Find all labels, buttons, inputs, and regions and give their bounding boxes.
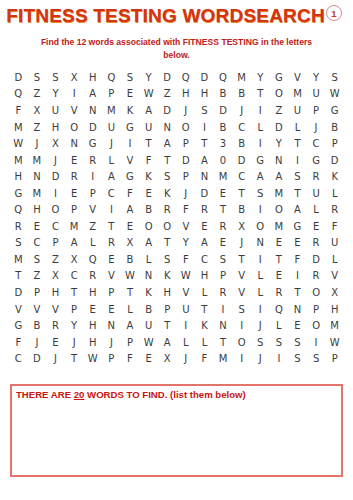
grid-cell-r3c12[interactable]: D — [219, 106, 227, 116]
grid-cell-r13c1[interactable]: T — [15, 271, 21, 281]
grid-cell-r18c8[interactable]: E — [145, 354, 151, 364]
grid-cell-r5c1[interactable]: W — [13, 139, 23, 149]
grid-cell-r11c1[interactable]: S — [15, 238, 21, 248]
grid-cell-r13c4[interactable]: C — [71, 271, 78, 281]
grid-cell-r1c2[interactable]: S — [34, 73, 40, 83]
grid-cell-r12c18[interactable]: L — [332, 255, 338, 265]
grid-cell-r5c8[interactable]: T — [146, 139, 152, 149]
grid-cell-r3c15[interactable]: Z — [275, 106, 282, 116]
grid-cell-r13c7[interactable]: W — [125, 271, 135, 281]
grid-cell-r15c10[interactable]: U — [182, 305, 189, 315]
grid-cell-r6c6[interactable]: L — [109, 156, 115, 166]
grid-cell-r3c1[interactable]: F — [15, 106, 21, 116]
grid-cell-r9c7[interactable]: A — [127, 205, 134, 215]
grid-cell-r15c15[interactable]: Q — [275, 305, 283, 315]
grid-cell-r4c2[interactable]: Z — [33, 123, 40, 133]
grid-cell-r11c16[interactable]: E — [294, 238, 300, 248]
grid-cell-r10c18[interactable]: F — [332, 222, 338, 232]
grid-cell-r7c17[interactable]: R — [313, 172, 320, 182]
grid-cell-r2c1[interactable]: Q — [14, 89, 22, 99]
grid-cell-r8c16[interactable]: T — [294, 189, 300, 199]
grid-cell-r16c12[interactable]: N — [219, 321, 226, 331]
grid-cell-r3c4[interactable]: V — [71, 106, 78, 116]
grid-cell-r8c14[interactable]: S — [257, 189, 263, 199]
grid-cell-r10c6[interactable]: T — [108, 222, 114, 232]
grid-cell-r10c5[interactable]: Z — [89, 222, 96, 232]
grid-cell-r11c3[interactable]: P — [53, 238, 59, 248]
grid-cell-r9c18[interactable]: R — [331, 205, 338, 215]
grid-cell-r7c13[interactable]: C — [238, 172, 245, 182]
grid-cell-r4c7[interactable]: G — [126, 123, 134, 133]
grid-cell-r15c8[interactable]: B — [145, 305, 152, 315]
grid-cell-r1c3[interactable]: S — [52, 73, 58, 83]
grid-cell-r9c14[interactable]: I — [259, 205, 262, 215]
grid-cell-r7c3[interactable]: D — [52, 172, 60, 182]
grid-cell-r6c17[interactable]: G — [312, 156, 320, 166]
grid-cell-r15c13[interactable]: S — [238, 305, 244, 315]
grid-cell-r2c7[interactable]: E — [127, 89, 133, 99]
grid-cell-r15c6[interactable]: E — [108, 305, 114, 315]
grid-cell-r14c5[interactable]: H — [89, 288, 97, 298]
grid-cell-r9c16[interactable]: A — [294, 205, 301, 215]
grid-cell-r16c7[interactable]: A — [127, 321, 134, 331]
grid-cell-r16c16[interactable]: E — [294, 321, 300, 331]
grid-cell-r15c4[interactable]: P — [71, 305, 77, 315]
grid-cell-r13c16[interactable]: I — [296, 271, 299, 281]
grid-cell-r7c2[interactable]: N — [33, 172, 40, 182]
grid-cell-r11c6[interactable]: R — [108, 238, 115, 248]
grid-cell-r16c5[interactable]: H — [89, 321, 97, 331]
grid-cell-r4c14[interactable]: L — [257, 123, 263, 133]
grid-cell-r18c18[interactable]: P — [332, 354, 338, 364]
grid-cell-r1c11[interactable]: D — [201, 73, 209, 83]
grid-cell-r4c5[interactable]: D — [89, 123, 97, 133]
grid-cell-r1c4[interactable]: X — [71, 73, 78, 83]
grid-cell-r9c10[interactable]: F — [183, 205, 189, 215]
grid-cell-r6c18[interactable]: D — [331, 156, 339, 166]
grid-cell-r5c14[interactable]: I — [259, 139, 262, 149]
grid-cell-r11c11[interactable]: A — [201, 238, 208, 248]
grid-cell-r16c3[interactable]: R — [52, 321, 59, 331]
grid-cell-r8c12[interactable]: E — [220, 189, 226, 199]
grid-cell-r11c7[interactable]: X — [127, 238, 134, 248]
grid-cell-r17c4[interactable]: J — [73, 338, 76, 348]
grid-cell-r17c18[interactable]: W — [330, 338, 340, 348]
grid-cell-r4c18[interactable]: B — [331, 123, 338, 133]
grid-cell-r12c3[interactable]: Z — [52, 255, 59, 265]
grid-cell-r4c1[interactable]: M — [14, 123, 23, 133]
grid-cell-r14c12[interactable]: R — [220, 288, 227, 298]
grid-cell-r10c15[interactable]: M — [275, 222, 284, 232]
grid-cell-r18c6[interactable]: P — [108, 354, 114, 364]
grid-cell-r18c9[interactable]: X — [164, 354, 171, 364]
grid-cell-r11c13[interactable]: J — [240, 238, 243, 248]
grid-cell-r6c13[interactable]: D — [238, 156, 246, 166]
grid-cell-r6c8[interactable]: F — [146, 156, 152, 166]
grid-cell-r9c15[interactable]: O — [275, 205, 283, 215]
grid-cell-r5c17[interactable]: C — [313, 139, 320, 149]
grid-cell-r3c7[interactable]: K — [127, 106, 134, 116]
grid-cell-r12c2[interactable]: S — [34, 255, 40, 265]
grid-cell-r14c9[interactable]: H — [163, 288, 171, 298]
grid-cell-r9c12[interactable]: T — [220, 205, 226, 215]
grid-cell-r14c7[interactable]: T — [127, 288, 133, 298]
grid-cell-r18c14[interactable]: J — [259, 354, 262, 364]
grid-cell-r6c12[interactable]: 0 — [220, 156, 226, 166]
grid-cell-r10c7[interactable]: E — [127, 222, 133, 232]
grid-cell-r18c3[interactable]: J — [54, 354, 57, 364]
grid-cell-r10c8[interactable]: O — [145, 222, 153, 232]
grid-cell-r7c9[interactable]: S — [164, 172, 170, 182]
grid-cell-r5c3[interactable]: X — [52, 139, 59, 149]
grid-cell-r2c5[interactable]: A — [89, 89, 96, 99]
grid-cell-r18c2[interactable]: D — [33, 354, 41, 364]
grid-cell-r3c16[interactable]: U — [294, 106, 301, 116]
grid-cell-r5c9[interactable]: A — [164, 139, 171, 149]
grid-cell-r4c13[interactable]: C — [238, 123, 245, 133]
grid-cell-r11c9[interactable]: T — [164, 238, 170, 248]
grid-cell-r14c10[interactable]: V — [182, 288, 189, 298]
grid-cell-r13c9[interactable]: K — [164, 271, 171, 281]
grid-cell-r1c14[interactable]: Y — [257, 73, 263, 83]
grid-cell-r10c11[interactable]: E — [201, 222, 207, 232]
grid-cell-r4c11[interactable]: I — [203, 123, 206, 133]
grid-cell-r13c11[interactable]: H — [201, 271, 209, 281]
grid-cell-r13c10[interactable]: W — [181, 271, 191, 281]
grid-cell-r17c7[interactable]: P — [127, 338, 133, 348]
grid-cell-r5c16[interactable]: T — [294, 139, 300, 149]
grid-cell-r11c17[interactable]: R — [313, 238, 320, 248]
grid-cell-r16c14[interactable]: J — [259, 321, 262, 331]
grid-cell-r9c9[interactable]: R — [164, 205, 171, 215]
grid-cell-r1c6[interactable]: Q — [107, 73, 115, 83]
grid-cell-r7c8[interactable]: K — [145, 172, 152, 182]
grid-cell-r9c8[interactable]: B — [145, 205, 152, 215]
grid-cell-r18c17[interactable]: S — [313, 354, 319, 364]
grid-cell-r2c6[interactable]: P — [108, 89, 114, 99]
grid-cell-r8c8[interactable]: E — [145, 189, 151, 199]
grid-cell-r17c9[interactable]: A — [164, 338, 171, 348]
grid-cell-r3c14[interactable]: I — [259, 106, 262, 116]
grid-cell-r16c13[interactable]: I — [240, 321, 243, 331]
grid-cell-r7c15[interactable]: A — [275, 172, 282, 182]
grid-cell-r9c2[interactable]: H — [33, 205, 41, 215]
grid-cell-r5c7[interactable]: I — [128, 139, 131, 149]
grid-cell-r12c16[interactable]: F — [295, 255, 301, 265]
grid-cell-r8c5[interactable]: P — [90, 189, 96, 199]
grid-cell-r16c10[interactable]: I — [184, 321, 187, 331]
grid-cell-r8c7[interactable]: F — [127, 189, 133, 199]
grid-cell-r6c14[interactable]: G — [256, 156, 264, 166]
grid-cell-r12c9[interactable]: S — [164, 255, 170, 265]
grid-cell-r3c11[interactable]: S — [201, 106, 207, 116]
grid-cell-r16c17[interactable]: O — [312, 321, 320, 331]
grid-cell-r5c11[interactable]: T — [201, 139, 207, 149]
grid-cell-r13c3[interactable]: X — [52, 271, 59, 281]
grid-cell-r5c13[interactable]: B — [238, 139, 245, 149]
grid-cell-r1c18[interactable]: S — [332, 73, 338, 83]
grid-cell-r5c18[interactable]: P — [332, 139, 338, 149]
grid-cell-r16c8[interactable]: U — [145, 321, 152, 331]
grid-cell-r17c3[interactable]: E — [52, 338, 58, 348]
grid-cell-r3c9[interactable]: D — [163, 106, 171, 116]
grid-cell-r1c13[interactable]: M — [237, 73, 246, 83]
grid-cell-r7c10[interactable]: P — [183, 172, 189, 182]
grid-cell-r13c15[interactable]: E — [276, 271, 282, 281]
grid-cell-r6c11[interactable]: A — [201, 156, 208, 166]
grid-cell-r11c4[interactable]: A — [71, 238, 78, 248]
grid-cell-r18c10[interactable]: J — [184, 354, 187, 364]
grid-cell-r14c2[interactable]: P — [34, 288, 40, 298]
grid-cell-r12c11[interactable]: C — [201, 255, 208, 265]
grid-cell-r1c12[interactable]: Q — [219, 73, 227, 83]
grid-cell-r6c7[interactable]: V — [127, 156, 134, 166]
grid-cell-r8c9[interactable]: K — [164, 189, 171, 199]
grid-cell-r10c2[interactable]: E — [34, 222, 40, 232]
grid-cell-r18c1[interactable]: C — [15, 354, 22, 364]
grid-cell-r17c6[interactable]: J — [110, 338, 113, 348]
grid-cell-r14c11[interactable]: L — [202, 288, 208, 298]
grid-cell-r8c2[interactable]: M — [33, 189, 42, 199]
grid-cell-r7c11[interactable]: N — [201, 172, 208, 182]
grid-cell-r16c18[interactable]: M — [330, 321, 339, 331]
grid-cell-r6c1[interactable]: M — [14, 156, 23, 166]
grid-cell-r11c14[interactable]: N — [257, 238, 264, 248]
grid-cell-r13c13[interactable]: V — [238, 271, 245, 281]
grid-cell-r15c16[interactable]: N — [294, 305, 301, 315]
grid-cell-r14c14[interactable]: L — [257, 288, 263, 298]
grid-cell-r12c8[interactable]: L — [146, 255, 152, 265]
grid-cell-r2c3[interactable]: Y — [52, 89, 58, 99]
grid-cell-r3c13[interactable]: J — [240, 106, 243, 116]
grid-cell-r8c15[interactable]: M — [275, 189, 284, 199]
grid-cell-r2c17[interactable]: U — [312, 89, 319, 99]
grid-cell-r12c13[interactable]: T — [239, 255, 245, 265]
grid-cell-r1c7[interactable]: S — [127, 73, 133, 83]
grid-cell-r2c13[interactable]: B — [238, 89, 245, 99]
grid-cell-r13c6[interactable]: V — [108, 271, 115, 281]
grid-cell-r7c12[interactable]: M — [219, 172, 228, 182]
grid-cell-r7c1[interactable]: H — [15, 172, 23, 182]
grid-cell-r11c15[interactable]: E — [276, 238, 282, 248]
grid-cell-r7c14[interactable]: A — [257, 172, 264, 182]
grid-cell-r10c10[interactable]: V — [182, 222, 189, 232]
grid-cell-r2c4[interactable]: I — [73, 89, 76, 99]
grid-cell-r11c8[interactable]: A — [145, 238, 152, 248]
grid-cell-r3c6[interactable]: M — [107, 106, 116, 116]
grid-cell-r16c1[interactable]: G — [14, 321, 22, 331]
grid-cell-r5c15[interactable]: Y — [276, 139, 282, 149]
grid-cell-r3c18[interactable]: G — [331, 106, 339, 116]
grid-cell-r17c16[interactable]: S — [294, 338, 300, 348]
grid-cell-r13c17[interactable]: R — [313, 271, 320, 281]
grid-cell-r12c5[interactable]: Q — [89, 255, 97, 265]
grid-cell-r3c17[interactable]: P — [313, 106, 319, 116]
grid-cell-r13c14[interactable]: L — [257, 271, 263, 281]
grid-cell-r2c8[interactable]: W — [144, 89, 154, 99]
grid-cell-r12c17[interactable]: D — [312, 255, 320, 265]
grid-cell-r16c15[interactable]: L — [276, 321, 282, 331]
grid-cell-r7c4[interactable]: R — [71, 172, 78, 182]
grid-cell-r4c10[interactable]: O — [182, 123, 190, 133]
grid-cell-r1c15[interactable]: G — [275, 73, 283, 83]
grid-cell-r8c10[interactable]: J — [184, 189, 187, 199]
grid-cell-r11c2[interactable]: C — [33, 238, 40, 248]
grid-cell-r6c15[interactable]: N — [275, 156, 282, 166]
grid-cell-r11c18[interactable]: U — [331, 238, 338, 248]
grid-cell-r5c5[interactable]: G — [89, 139, 97, 149]
grid-cell-r14c1[interactable]: D — [14, 288, 22, 298]
grid-cell-r5c12[interactable]: 3 — [220, 139, 226, 149]
grid-cell-r12c15[interactable]: T — [276, 255, 282, 265]
grid-cell-r13c2[interactable]: Z — [33, 271, 40, 281]
grid-cell-r15c2[interactable]: V — [33, 305, 40, 315]
grid-cell-r6c2[interactable]: M — [33, 156, 42, 166]
grid-cell-r1c16[interactable]: V — [294, 73, 301, 83]
grid-cell-r18c11[interactable]: F — [202, 354, 208, 364]
grid-cell-r18c5[interactable]: W — [88, 354, 98, 364]
grid-cell-r12c7[interactable]: B — [127, 255, 134, 265]
grid-cell-r4c15[interactable]: D — [275, 123, 283, 133]
grid-cell-r11c12[interactable]: E — [220, 238, 226, 248]
grid-cell-r1c8[interactable]: Y — [146, 73, 152, 83]
grid-cell-r8c11[interactable]: D — [201, 189, 209, 199]
grid-cell-r15c12[interactable]: I — [222, 305, 225, 315]
grid-cell-r3c10[interactable]: J — [184, 106, 187, 116]
grid-cell-r13c8[interactable]: N — [145, 271, 152, 281]
grid-cell-r18c7[interactable]: F — [127, 354, 133, 364]
grid-cell-r1c10[interactable]: Q — [182, 73, 190, 83]
grid-cell-r4c6[interactable]: U — [108, 123, 115, 133]
grid-cell-r10c4[interactable]: M — [70, 222, 79, 232]
grid-cell-r4c17[interactable]: J — [315, 123, 318, 133]
grid-cell-r9c13[interactable]: B — [238, 205, 245, 215]
grid-cell-r13c5[interactable]: R — [89, 271, 96, 281]
grid-cell-r9c6[interactable]: I — [110, 205, 113, 215]
grid-cell-r14c6[interactable]: P — [108, 288, 114, 298]
grid-cell-r17c11[interactable]: L — [202, 338, 208, 348]
grid-cell-r9c11[interactable]: R — [201, 205, 208, 215]
grid-cell-r2c11[interactable]: H — [201, 89, 209, 99]
grid-cell-r10c16[interactable]: G — [294, 222, 302, 232]
grid-cell-r15c3[interactable]: V — [52, 305, 59, 315]
grid-cell-r10c12[interactable]: R — [220, 222, 227, 232]
grid-cell-r4c16[interactable]: L — [295, 123, 301, 133]
grid-cell-r16c9[interactable]: T — [164, 321, 170, 331]
grid-cell-r15c14[interactable]: I — [259, 305, 262, 315]
grid-cell-r15c1[interactable]: V — [15, 305, 22, 315]
grid-cell-r14c15[interactable]: R — [275, 288, 282, 298]
grid-cell-r7c6[interactable]: A — [108, 172, 115, 182]
grid-cell-r15c9[interactable]: P — [164, 305, 170, 315]
grid-cell-r9c5[interactable]: V — [89, 205, 96, 215]
grid-cell-r1c5[interactable]: H — [89, 73, 97, 83]
grid-cell-r8c4[interactable]: E — [71, 189, 77, 199]
grid-cell-r2c2[interactable]: Z — [33, 89, 40, 99]
grid-cell-r17c13[interactable]: O — [238, 338, 246, 348]
grid-cell-r18c12[interactable]: M — [219, 354, 228, 364]
grid-cell-r14c16[interactable]: T — [294, 288, 300, 298]
grid-cell-r6c5[interactable]: R — [89, 156, 96, 166]
grid-cell-r12c14[interactable]: I — [259, 255, 262, 265]
grid-cell-r1c1[interactable]: D — [14, 73, 22, 83]
grid-cell-r14c18[interactable]: X — [331, 288, 338, 298]
grid-cell-r11c10[interactable]: Y — [183, 238, 189, 248]
grid-cell-r7c18[interactable]: K — [331, 172, 338, 182]
grid-cell-r14c17[interactable]: O — [312, 288, 320, 298]
grid-cell-r15c17[interactable]: P — [313, 305, 319, 315]
grid-cell-r16c4[interactable]: Y — [71, 321, 77, 331]
grid-cell-r10c13[interactable]: X — [238, 222, 245, 232]
grid-cell-r8c18[interactable]: L — [332, 189, 338, 199]
grid-cell-r9c17[interactable]: L — [313, 205, 319, 215]
grid-cell-r18c13[interactable]: I — [240, 354, 243, 364]
grid-cell-r3c2[interactable]: X — [33, 106, 40, 116]
grid-cell-r9c3[interactable]: O — [52, 205, 60, 215]
grid-cell-r5c4[interactable]: N — [70, 139, 77, 149]
grid-cell-r6c9[interactable]: T — [164, 156, 170, 166]
grid-cell-r15c5[interactable]: E — [90, 305, 96, 315]
grid-cell-r6c16[interactable]: I — [296, 156, 299, 166]
grid-cell-r1c17[interactable]: Y — [313, 73, 319, 83]
grid-cell-r9c4[interactable]: P — [71, 205, 77, 215]
grid-cell-r17c8[interactable]: W — [144, 338, 154, 348]
grid-cell-r3c8[interactable]: A — [145, 106, 152, 116]
grid-cell-r12c1[interactable]: M — [14, 255, 23, 265]
grid-cell-r15c11[interactable]: T — [201, 305, 207, 315]
grid-cell-r12c6[interactable]: E — [108, 255, 114, 265]
grid-cell-r9c1[interactable]: Q — [14, 205, 22, 215]
grid-cell-r14c8[interactable]: K — [145, 288, 152, 298]
grid-cell-r8c13[interactable]: T — [239, 189, 245, 199]
grid-cell-r18c16[interactable]: S — [294, 354, 300, 364]
grid-cell-r5c6[interactable]: J — [110, 139, 113, 149]
grid-cell-r16c11[interactable]: K — [201, 321, 208, 331]
grid-cell-r12c4[interactable]: X — [71, 255, 78, 265]
grid-cell-r7c5[interactable]: I — [91, 172, 94, 182]
grid-cell-r13c12[interactable]: P — [220, 271, 226, 281]
grid-cell-r7c16[interactable]: S — [294, 172, 300, 182]
grid-cell-r5c10[interactable]: P — [183, 139, 189, 149]
grid-cell-r16c2[interactable]: B — [33, 321, 40, 331]
grid-cell-r10c3[interactable]: C — [52, 222, 59, 232]
grid-cell-r14c3[interactable]: H — [52, 288, 60, 298]
grid-cell-r8c3[interactable]: I — [54, 189, 57, 199]
grid-cell-r10c9[interactable]: O — [163, 222, 171, 232]
grid-cell-r2c14[interactable]: T — [257, 89, 263, 99]
grid-cell-r6c3[interactable]: J — [54, 156, 57, 166]
grid-cell-r17c14[interactable]: S — [257, 338, 263, 348]
grid-cell-r4c4[interactable]: O — [70, 123, 78, 133]
grid-cell-r8c6[interactable]: C — [108, 189, 115, 199]
grid-cell-r12c12[interactable]: S — [220, 255, 226, 265]
grid-cell-r4c3[interactable]: H — [52, 123, 60, 133]
grid-cell-r4c12[interactable]: B — [220, 123, 227, 133]
grid-cell-r2c12[interactable]: B — [220, 89, 227, 99]
grid-cell-r2c9[interactable]: Z — [164, 89, 171, 99]
grid-cell-r17c2[interactable]: J — [35, 338, 38, 348]
grid-cell-r14c13[interactable]: V — [238, 288, 245, 298]
grid-cell-r17c12[interactable]: T — [220, 338, 226, 348]
grid-cell-r8c17[interactable]: U — [312, 189, 319, 199]
grid-cell-r8c1[interactable]: G — [14, 189, 22, 199]
grid-cell-r15c18[interactable]: H — [331, 305, 339, 315]
grid-cell-r2c18[interactable]: W — [330, 89, 340, 99]
grid-cell-r10c17[interactable]: E — [313, 222, 319, 232]
grid-cell-r6c10[interactable]: D — [182, 156, 190, 166]
grid-cell-r15c7[interactable]: L — [127, 305, 133, 315]
grid-cell-r18c4[interactable]: T — [71, 354, 77, 364]
